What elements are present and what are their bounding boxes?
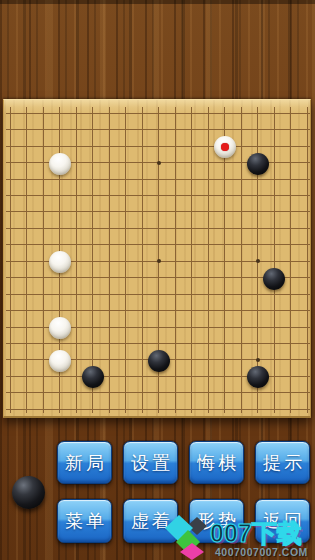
grid-line	[307, 107, 308, 413]
grid-line	[6, 294, 310, 295]
star-point	[256, 358, 260, 362]
grid-line	[191, 107, 192, 413]
white-stone	[49, 350, 71, 372]
white-stone	[49, 153, 71, 175]
star-point	[256, 259, 260, 263]
grid-line	[274, 107, 275, 413]
top-shade-strip	[0, 0, 315, 4]
grid-line	[208, 107, 209, 413]
go-board[interactable]	[3, 99, 311, 418]
app-screen: 新局 设置 悔棋 提示 菜单 虚着 形势 返回 007下载 4007007007…	[0, 0, 315, 560]
menu-button[interactable]: 菜单	[57, 499, 112, 543]
watermark: 007下载 4007007007.COM	[160, 510, 315, 560]
black-stone	[247, 366, 269, 388]
watermark-url: 4007007007.COM	[215, 546, 308, 558]
grid-line	[241, 107, 242, 413]
white-stone	[49, 251, 71, 273]
star-point	[157, 161, 161, 165]
black-stone	[247, 153, 269, 175]
star-point	[157, 259, 161, 263]
last-move-marker	[221, 143, 229, 151]
grid-line	[290, 107, 291, 413]
grid-line	[6, 310, 310, 311]
black-stone	[148, 350, 170, 372]
grid-line	[6, 343, 310, 344]
new-game-button[interactable]: 新局	[57, 441, 112, 484]
download-logo-icon	[163, 514, 213, 560]
button-row-1: 新局 设置 悔棋 提示	[57, 441, 311, 484]
grid-line	[175, 107, 176, 413]
black-stone	[82, 366, 104, 388]
hint-button[interactable]: 提示	[255, 441, 310, 484]
undo-button[interactable]: 悔棋	[189, 441, 244, 484]
turn-indicator-stone	[12, 476, 45, 509]
settings-button[interactable]: 设置	[123, 441, 178, 484]
black-stone	[263, 268, 285, 290]
white-stone	[49, 317, 71, 339]
grid-line	[6, 392, 310, 393]
grid-line	[6, 409, 310, 410]
